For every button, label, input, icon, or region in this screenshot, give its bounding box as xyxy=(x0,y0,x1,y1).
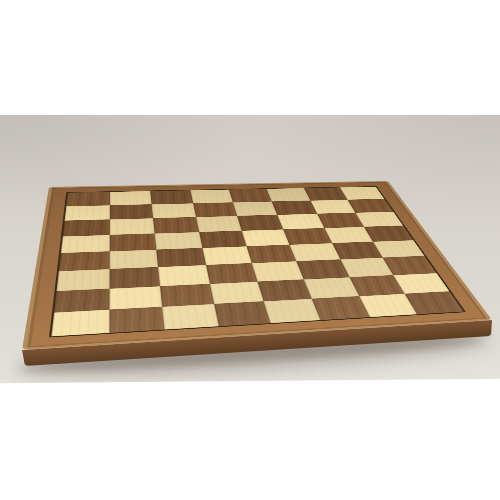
square-r0c5 xyxy=(267,188,310,201)
square-r3c3 xyxy=(199,231,247,248)
square-r7c0 xyxy=(52,310,109,337)
square-r0c1 xyxy=(110,191,152,205)
playing-field xyxy=(52,187,463,336)
square-r5c0 xyxy=(57,269,109,291)
square-r1c1 xyxy=(110,204,154,219)
square-r6c3 xyxy=(210,282,264,305)
square-r0c2 xyxy=(150,190,192,204)
square-r2c1 xyxy=(110,218,155,235)
square-r2c3 xyxy=(196,216,242,232)
square-r2c4 xyxy=(237,215,283,231)
square-r0c0 xyxy=(67,192,110,206)
white-matte-top xyxy=(0,0,500,115)
square-r5c2 xyxy=(158,265,209,286)
square-r6c0 xyxy=(55,289,110,313)
square-r3c4 xyxy=(242,229,290,246)
square-r4c2 xyxy=(156,248,205,267)
square-r1c0 xyxy=(65,205,110,220)
square-r4c1 xyxy=(109,250,158,270)
product-photo xyxy=(0,0,500,500)
square-r3c0 xyxy=(61,235,109,253)
square-r4c0 xyxy=(59,251,109,271)
square-r0c4 xyxy=(229,189,272,202)
square-r2c0 xyxy=(63,219,109,236)
square-r5c4 xyxy=(252,261,304,281)
square-r0c3 xyxy=(190,190,233,204)
square-r6c1 xyxy=(109,286,162,310)
square-r5c3 xyxy=(206,263,258,284)
square-r4c4 xyxy=(247,245,297,264)
square-r2c2 xyxy=(153,217,199,233)
white-matte-bottom xyxy=(0,379,500,500)
square-r1c4 xyxy=(233,201,278,216)
square-r0c7 xyxy=(340,187,384,200)
square-r7c3 xyxy=(214,301,271,326)
square-r6c4 xyxy=(258,279,313,301)
square-r3c1 xyxy=(110,233,157,251)
square-r1c5 xyxy=(272,201,317,215)
square-r7c4 xyxy=(264,299,321,323)
square-r1c6 xyxy=(310,200,355,214)
square-r1c3 xyxy=(193,202,237,217)
square-r6c5 xyxy=(304,277,359,299)
square-r5c1 xyxy=(109,267,160,288)
square-r6c2 xyxy=(160,284,214,307)
square-r7c2 xyxy=(162,304,218,329)
square-r4c3 xyxy=(202,246,252,265)
square-r1c2 xyxy=(152,203,196,218)
square-r2c5 xyxy=(278,214,325,229)
square-r3c2 xyxy=(155,232,202,250)
square-r7c1 xyxy=(109,307,164,333)
